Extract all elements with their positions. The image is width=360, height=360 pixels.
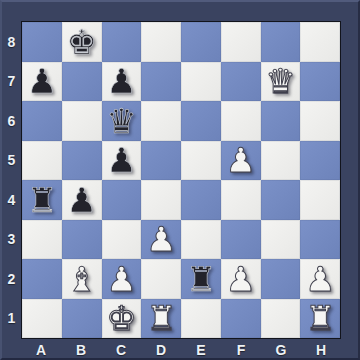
- file-label-a: A: [21, 340, 61, 359]
- file-label-h: H: [301, 340, 341, 359]
- square-c7[interactable]: ♟: [102, 62, 142, 102]
- piece-white-pawn[interactable]: ♟: [106, 262, 136, 296]
- square-f8[interactable]: [221, 22, 261, 62]
- square-e7[interactable]: [181, 62, 221, 102]
- piece-white-king[interactable]: ♚: [106, 301, 136, 335]
- square-g6[interactable]: [261, 101, 301, 141]
- piece-white-pawn[interactable]: ♟: [146, 222, 176, 256]
- square-g1[interactable]: [261, 299, 301, 339]
- square-g2[interactable]: [261, 259, 301, 299]
- file-label-b: B: [61, 340, 101, 359]
- square-f5[interactable]: ♟: [221, 141, 261, 181]
- square-e5[interactable]: [181, 141, 221, 181]
- square-h6[interactable]: [300, 101, 340, 141]
- rank-label-7: 7: [2, 62, 21, 102]
- square-c1[interactable]: ♚: [102, 299, 142, 339]
- square-b4[interactable]: ♟: [62, 180, 102, 220]
- file-label-d: D: [141, 340, 181, 359]
- chess-diagram-frame: 8 7 6 5 4 3 2 1 ♚♟♟♛♛♟♟♜♟♟♝♟♜♟♟♚♜♜ A B C…: [0, 0, 360, 360]
- piece-black-pawn[interactable]: ♟: [106, 64, 136, 98]
- square-g3[interactable]: [261, 220, 301, 260]
- square-c3[interactable]: [102, 220, 142, 260]
- square-b1[interactable]: [62, 299, 102, 339]
- square-c2[interactable]: ♟: [102, 259, 142, 299]
- square-d1[interactable]: ♜: [141, 299, 181, 339]
- square-g4[interactable]: [261, 180, 301, 220]
- square-d6[interactable]: [141, 101, 181, 141]
- square-c5[interactable]: ♟: [102, 141, 142, 181]
- square-e8[interactable]: [181, 22, 221, 62]
- square-e2[interactable]: ♜: [181, 259, 221, 299]
- rank-label-2: 2: [2, 259, 21, 299]
- square-a5[interactable]: [22, 141, 62, 181]
- square-a1[interactable]: [22, 299, 62, 339]
- square-d3[interactable]: ♟: [141, 220, 181, 260]
- square-d4[interactable]: [141, 180, 181, 220]
- square-h8[interactable]: [300, 22, 340, 62]
- square-f4[interactable]: [221, 180, 261, 220]
- square-d8[interactable]: [141, 22, 181, 62]
- square-h3[interactable]: [300, 220, 340, 260]
- piece-white-pawn[interactable]: ♟: [225, 262, 255, 296]
- square-a7[interactable]: ♟: [22, 62, 62, 102]
- square-b2[interactable]: ♝: [62, 259, 102, 299]
- piece-white-queen[interactable]: ♛: [265, 64, 295, 98]
- square-g7[interactable]: ♛: [261, 62, 301, 102]
- file-label-f: F: [221, 340, 261, 359]
- chess-board: ♚♟♟♛♛♟♟♜♟♟♝♟♜♟♟♚♜♜: [21, 21, 341, 339]
- piece-black-rook[interactable]: ♜: [186, 262, 216, 296]
- square-a3[interactable]: [22, 220, 62, 260]
- rank-label-6: 6: [2, 101, 21, 141]
- square-a8[interactable]: [22, 22, 62, 62]
- piece-black-pawn[interactable]: ♟: [106, 143, 136, 177]
- square-b6[interactable]: [62, 101, 102, 141]
- file-labels: A B C D E F G H: [21, 340, 341, 359]
- piece-white-pawn[interactable]: ♟: [305, 262, 335, 296]
- rank-labels: 8 7 6 5 4 3 2 1: [2, 22, 21, 338]
- file-label-c: C: [101, 340, 141, 359]
- square-h7[interactable]: [300, 62, 340, 102]
- piece-white-pawn[interactable]: ♟: [225, 143, 255, 177]
- piece-white-rook[interactable]: ♜: [146, 301, 176, 335]
- square-h4[interactable]: [300, 180, 340, 220]
- file-label-g: G: [261, 340, 301, 359]
- square-a4[interactable]: ♜: [22, 180, 62, 220]
- square-g8[interactable]: [261, 22, 301, 62]
- rank-label-1: 1: [2, 299, 21, 339]
- square-f2[interactable]: ♟: [221, 259, 261, 299]
- square-h1[interactable]: ♜: [300, 299, 340, 339]
- square-e3[interactable]: [181, 220, 221, 260]
- piece-black-king[interactable]: ♚: [66, 25, 96, 59]
- square-b3[interactable]: [62, 220, 102, 260]
- square-a2[interactable]: [22, 259, 62, 299]
- square-e4[interactable]: [181, 180, 221, 220]
- piece-white-bishop[interactable]: ♝: [66, 262, 96, 296]
- piece-black-queen[interactable]: ♛: [106, 104, 136, 138]
- rank-label-3: 3: [2, 220, 21, 260]
- square-d7[interactable]: [141, 62, 181, 102]
- square-h2[interactable]: ♟: [300, 259, 340, 299]
- square-c6[interactable]: ♛: [102, 101, 142, 141]
- square-b8[interactable]: ♚: [62, 22, 102, 62]
- square-e1[interactable]: [181, 299, 221, 339]
- file-label-e: E: [181, 340, 221, 359]
- rank-label-5: 5: [2, 141, 21, 181]
- rank-label-4: 4: [2, 180, 21, 220]
- piece-black-pawn[interactable]: ♟: [27, 64, 57, 98]
- piece-black-rook[interactable]: ♜: [27, 183, 57, 217]
- square-c8[interactable]: [102, 22, 142, 62]
- square-d5[interactable]: [141, 141, 181, 181]
- rank-label-8: 8: [2, 22, 21, 62]
- square-f1[interactable]: [221, 299, 261, 339]
- square-f6[interactable]: [221, 101, 261, 141]
- square-c4[interactable]: [102, 180, 142, 220]
- square-a6[interactable]: [22, 101, 62, 141]
- square-b7[interactable]: [62, 62, 102, 102]
- square-f3[interactable]: [221, 220, 261, 260]
- piece-black-pawn[interactable]: ♟: [66, 183, 96, 217]
- piece-white-rook[interactable]: ♜: [305, 301, 335, 335]
- square-f7[interactable]: [221, 62, 261, 102]
- square-d2[interactable]: [141, 259, 181, 299]
- square-b5[interactable]: [62, 141, 102, 181]
- square-e6[interactable]: [181, 101, 221, 141]
- square-h5[interactable]: [300, 141, 340, 181]
- square-g5[interactable]: [261, 141, 301, 181]
